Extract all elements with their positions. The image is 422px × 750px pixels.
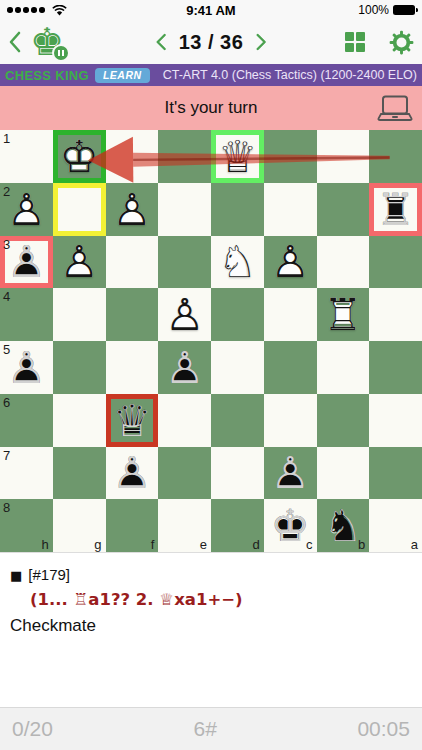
rank-label: 5	[3, 342, 10, 357]
square-b1[interactable]	[317, 130, 370, 183]
black-pawn: ♙	[106, 447, 159, 500]
task-label: 6#	[193, 717, 216, 741]
black-pawn: ♙	[158, 341, 211, 394]
square-g5[interactable]	[53, 341, 106, 394]
square-a4[interactable]	[369, 288, 422, 341]
square-g2[interactable]	[53, 183, 106, 236]
square-c4[interactable]	[264, 288, 317, 341]
square-c8[interactable]: c♚♔	[264, 499, 317, 552]
square-h5[interactable]: 5♟♙	[0, 341, 53, 394]
black-queen: ♕	[106, 394, 159, 447]
square-h2[interactable]: 2♟♙	[0, 183, 53, 236]
learn-badge: LEARN	[95, 68, 150, 83]
square-d2[interactable]	[211, 183, 264, 236]
rank-label: 8	[3, 500, 10, 515]
square-h6[interactable]: 6	[0, 394, 53, 447]
square-h4[interactable]: 4	[0, 288, 53, 341]
square-g8[interactable]: g	[53, 499, 106, 552]
brand-logo-text: CHESS KING	[5, 68, 89, 83]
rank-label: 2	[3, 184, 10, 199]
white-pawn: ♙	[106, 183, 159, 236]
black-to-move-icon: ■	[10, 568, 22, 583]
white-pawn: ♙	[53, 236, 106, 289]
square-h7[interactable]: 7	[0, 447, 53, 500]
black-pawn: ♙	[264, 447, 317, 500]
black-rook: ♖	[369, 183, 422, 236]
white-pawn: ♟	[53, 236, 106, 289]
brand-bar: CHESS KING LEARN CT-ART 4.0 (Chess Tacti…	[0, 64, 422, 86]
square-a2[interactable]: ♜♖	[369, 183, 422, 236]
bottom-toolbar: 0/20 6# 00:05	[0, 707, 422, 750]
status-bar: 9:41 AM 100%	[0, 0, 422, 20]
white-knight: ♞	[211, 236, 264, 289]
app-screen: 9:41 AM 100% ♚ 13 / 36	[0, 0, 422, 750]
square-a5[interactable]	[369, 341, 422, 394]
square-a1[interactable]	[369, 130, 422, 183]
square-b6[interactable]	[317, 394, 370, 447]
square-d4[interactable]	[211, 288, 264, 341]
square-f5[interactable]	[106, 341, 159, 394]
square-f3[interactable]	[106, 236, 159, 289]
square-e4[interactable]: ♟♙	[158, 288, 211, 341]
rank-label: 4	[3, 289, 10, 304]
back-icon[interactable]	[8, 30, 22, 54]
white-rook: ♜	[317, 288, 370, 341]
prev-puzzle-icon[interactable]	[156, 33, 167, 51]
score-counter: 0/20	[12, 717, 53, 741]
rank-label: 7	[3, 448, 10, 463]
white-queen: ♛	[211, 130, 264, 183]
square-a6[interactable]	[369, 394, 422, 447]
square-e2[interactable]	[158, 183, 211, 236]
square-d3[interactable]: ♞♘	[211, 236, 264, 289]
square-c2[interactable]	[264, 183, 317, 236]
battery-percent: 100%	[358, 3, 389, 17]
square-e7[interactable]	[158, 447, 211, 500]
square-g6[interactable]	[53, 394, 106, 447]
square-c7[interactable]: ♟♙	[264, 447, 317, 500]
white-queen: ♕	[211, 130, 264, 183]
puzzle-header: ■[#179]	[10, 566, 412, 583]
square-d5[interactable]	[211, 341, 264, 394]
clock: 9:41 AM	[122, 3, 300, 18]
square-a3[interactable]	[369, 236, 422, 289]
white-pawn: ♟	[106, 183, 159, 236]
white-knight: ♘	[211, 236, 264, 289]
file-label: f	[151, 537, 155, 552]
rank-label: 1	[3, 131, 10, 146]
square-a8[interactable]: a	[369, 499, 422, 552]
rank-label: 3	[3, 237, 10, 252]
square-f1[interactable]	[106, 130, 159, 183]
rank-label: 6	[3, 395, 10, 410]
file-label: a	[411, 537, 418, 552]
square-e3[interactable]	[158, 236, 211, 289]
goal-text: Checkmate	[10, 616, 412, 636]
white-pawn: ♟	[158, 288, 211, 341]
white-pawn: ♟	[264, 236, 317, 289]
white-pawn: ♙	[264, 236, 317, 289]
square-g4[interactable]	[53, 288, 106, 341]
square-f8[interactable]: f	[106, 499, 159, 552]
turn-message: It's your turn	[164, 98, 257, 118]
square-g7[interactable]	[53, 447, 106, 500]
square-e5[interactable]: ♟♙	[158, 341, 211, 394]
square-c1[interactable]	[264, 130, 317, 183]
file-label: e	[200, 537, 207, 552]
square-b7[interactable]	[317, 447, 370, 500]
black-rook: ♜	[369, 183, 422, 236]
turn-bar: It's your turn	[0, 86, 422, 130]
square-e1[interactable]	[158, 130, 211, 183]
square-a7[interactable]	[369, 447, 422, 500]
square-g3[interactable]: ♟♙	[53, 236, 106, 289]
square-d6[interactable]	[211, 394, 264, 447]
timer: 00:05	[357, 717, 410, 741]
square-h8[interactable]: 8h	[0, 499, 53, 552]
square-f4[interactable]	[106, 288, 159, 341]
square-e8[interactable]: e	[158, 499, 211, 552]
white-pawn: ♙	[158, 288, 211, 341]
variation-line: (1... ♖a1?? 2. ♕xa1+−)	[30, 590, 412, 609]
file-label: b	[358, 537, 365, 552]
square-f6[interactable]: ♛♕	[106, 394, 159, 447]
square-d8[interactable]: d	[211, 499, 264, 552]
next-puzzle-icon[interactable]	[255, 33, 266, 51]
file-label: g	[94, 537, 101, 552]
square-b3[interactable]	[317, 236, 370, 289]
square-g1[interactable]: ♚♔	[53, 130, 106, 183]
square-c5[interactable]	[264, 341, 317, 394]
square-c6[interactable]	[264, 394, 317, 447]
battery-icon	[393, 5, 415, 16]
square-b2[interactable]	[317, 183, 370, 236]
pause-badge-icon	[52, 44, 70, 62]
square-f2[interactable]: ♟♙	[106, 183, 159, 236]
square-f7[interactable]: ♟♙	[106, 447, 159, 500]
black-queen: ♛	[106, 394, 159, 447]
chess-board: 1♚♔♛♕2♟♙♟♙♜♖3♟♙♟♙♞♘♟♙4♟♙♜♖5♟♙♟♙6♛♕7♟♙♟♙8…	[0, 130, 422, 553]
signal-strength-icon	[7, 7, 45, 13]
square-h3[interactable]: 3♟♙	[0, 236, 53, 289]
square-b4[interactable]: ♜♖	[317, 288, 370, 341]
white-king: ♚	[53, 130, 106, 183]
square-b5[interactable]	[317, 341, 370, 394]
course-title: CT-ART 4.0 (Chess Tactics) (1200-2400 EL…	[163, 68, 417, 82]
black-pawn: ♟	[106, 447, 159, 500]
file-label: c	[306, 537, 313, 552]
white-rook: ♖	[317, 288, 370, 341]
white-king: ♔	[53, 130, 106, 183]
gear-icon[interactable]	[389, 30, 414, 55]
square-h1[interactable]: 1	[0, 130, 53, 183]
puzzle-list-icon[interactable]	[345, 32, 366, 53]
wifi-icon	[52, 5, 67, 16]
file-label: h	[42, 537, 49, 552]
file-label: d	[253, 537, 260, 552]
square-d7[interactable]	[211, 447, 264, 500]
nav-bar: ♚ 13 / 36	[0, 20, 422, 64]
square-b8[interactable]: b♞♘	[317, 499, 370, 552]
square-d1[interactable]: ♛♕	[211, 130, 264, 183]
chess-king-logo[interactable]: ♚	[26, 22, 68, 62]
black-pawn: ♟	[158, 341, 211, 394]
puzzle-counter: 13 / 36	[179, 31, 244, 54]
square-c3[interactable]: ♟♙	[264, 236, 317, 289]
annotation-panel: ■[#179] (1... ♖a1?? 2. ♕xa1+−) Checkmate	[0, 553, 422, 636]
puzzle-id: [#179]	[28, 566, 70, 583]
laptop-icon	[377, 95, 413, 122]
black-pawn: ♟	[264, 447, 317, 500]
square-e6[interactable]	[158, 394, 211, 447]
